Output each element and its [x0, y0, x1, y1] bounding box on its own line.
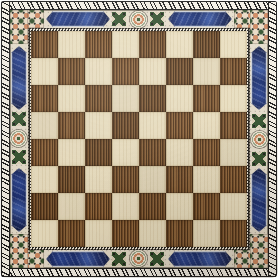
border-rope-bottom	[1, 268, 277, 277]
lapis-lozenge	[168, 11, 232, 27]
rosette-medallion	[251, 131, 268, 148]
square-f4[interactable]	[166, 139, 193, 166]
square-a8[interactable]	[31, 31, 58, 58]
square-d3[interactable]	[112, 166, 139, 193]
square-b1[interactable]	[58, 220, 85, 247]
square-c7[interactable]	[85, 58, 112, 85]
square-d6[interactable]	[112, 85, 139, 112]
square-c8[interactable]	[85, 31, 112, 58]
lapis-lozenge	[46, 11, 110, 27]
square-g2[interactable]	[193, 193, 220, 220]
square-a1[interactable]	[31, 220, 58, 247]
square-a6[interactable]	[31, 85, 58, 112]
border-rope-top	[1, 1, 277, 10]
lapis-lozenge	[168, 251, 232, 267]
square-h1[interactable]	[220, 220, 247, 247]
green-x-motif	[252, 114, 266, 128]
chess-board-photo	[0, 0, 278, 278]
square-g3[interactable]	[193, 166, 220, 193]
square-g8[interactable]	[193, 31, 220, 58]
square-a7[interactable]	[31, 58, 58, 85]
square-h7[interactable]	[220, 58, 247, 85]
square-b7[interactable]	[58, 58, 85, 85]
square-a5[interactable]	[31, 112, 58, 139]
square-f1[interactable]	[166, 220, 193, 247]
square-b8[interactable]	[58, 31, 85, 58]
square-g4[interactable]	[193, 139, 220, 166]
square-e7[interactable]	[139, 58, 166, 85]
square-h8[interactable]	[220, 31, 247, 58]
square-h4[interactable]	[220, 139, 247, 166]
square-f6[interactable]	[166, 85, 193, 112]
square-a2[interactable]	[31, 193, 58, 220]
border-side-top	[10, 10, 268, 28]
square-d4[interactable]	[112, 139, 139, 166]
playing-field	[31, 31, 247, 247]
square-c6[interactable]	[85, 85, 112, 112]
square-d8[interactable]	[112, 31, 139, 58]
square-f7[interactable]	[166, 58, 193, 85]
square-h5[interactable]	[220, 112, 247, 139]
square-a4[interactable]	[31, 139, 58, 166]
square-f5[interactable]	[166, 112, 193, 139]
border-side-right	[250, 10, 268, 268]
square-e2[interactable]	[139, 193, 166, 220]
square-g1[interactable]	[193, 220, 220, 247]
green-x-motif	[112, 252, 126, 266]
green-x-motif	[112, 12, 126, 26]
border-rope-left	[1, 1, 10, 277]
lapis-lozenge	[11, 168, 27, 232]
green-x-motif	[12, 112, 26, 126]
square-b3[interactable]	[58, 166, 85, 193]
square-e1[interactable]	[139, 220, 166, 247]
square-f3[interactable]	[166, 166, 193, 193]
lapis-lozenge	[11, 46, 27, 110]
border-side-left	[10, 10, 28, 268]
square-g7[interactable]	[193, 58, 220, 85]
green-x-motif	[150, 12, 164, 26]
square-d2[interactable]	[112, 193, 139, 220]
square-g5[interactable]	[193, 112, 220, 139]
square-b5[interactable]	[58, 112, 85, 139]
border-rope-right	[268, 1, 277, 277]
square-c5[interactable]	[85, 112, 112, 139]
square-g6[interactable]	[193, 85, 220, 112]
square-f8[interactable]	[166, 31, 193, 58]
green-x-motif	[12, 150, 26, 164]
square-d1[interactable]	[112, 220, 139, 247]
square-e4[interactable]	[139, 139, 166, 166]
square-e5[interactable]	[139, 112, 166, 139]
lapis-lozenge	[251, 46, 267, 110]
border-side-bottom	[10, 250, 268, 268]
square-f2[interactable]	[166, 193, 193, 220]
square-h3[interactable]	[220, 166, 247, 193]
square-c3[interactable]	[85, 166, 112, 193]
square-a3[interactable]	[31, 166, 58, 193]
square-c1[interactable]	[85, 220, 112, 247]
rosette-medallion	[130, 251, 147, 268]
square-e6[interactable]	[139, 85, 166, 112]
square-b2[interactable]	[58, 193, 85, 220]
lapis-lozenge	[46, 251, 110, 267]
square-e8[interactable]	[139, 31, 166, 58]
square-d5[interactable]	[112, 112, 139, 139]
square-b6[interactable]	[58, 85, 85, 112]
square-c4[interactable]	[85, 139, 112, 166]
rosette-medallion	[130, 11, 147, 28]
square-d7[interactable]	[112, 58, 139, 85]
square-h2[interactable]	[220, 193, 247, 220]
green-x-motif	[150, 252, 164, 266]
rosette-medallion	[11, 130, 28, 147]
lapis-lozenge	[251, 168, 267, 232]
square-b4[interactable]	[58, 139, 85, 166]
green-x-motif	[252, 152, 266, 166]
square-c2[interactable]	[85, 193, 112, 220]
square-h6[interactable]	[220, 85, 247, 112]
square-e3[interactable]	[139, 166, 166, 193]
